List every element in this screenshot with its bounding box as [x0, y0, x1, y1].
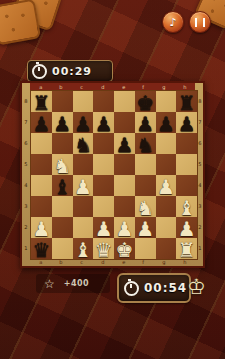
square-e8[interactable]	[114, 91, 135, 112]
coordinate-label: e	[122, 84, 125, 89]
square-h4[interactable]	[176, 175, 197, 196]
square-a7[interactable]: ♟	[31, 112, 52, 133]
pause-icon	[195, 18, 205, 27]
piece-black-pawn[interactable]: ♟	[73, 113, 94, 135]
chess-board-frame: abcdefgh abcdefgh 87654321 87654321 ♜♚♜♟…	[20, 81, 205, 268]
pause-button[interactable]	[189, 11, 211, 33]
square-f7[interactable]: ♟	[135, 112, 156, 133]
chess-board[interactable]: ♜♚♜♟♟♟♟♟♟♟♞♟♞♞♝♟♟♞♝♟♟♟♟♟♛♝♛♚♜	[30, 90, 198, 260]
square-g1[interactable]	[156, 238, 177, 259]
piece-white-pawn[interactable]: ♟	[135, 218, 156, 240]
coordinate-label: 5	[24, 161, 27, 166]
coordinate-label: 4	[198, 182, 201, 187]
stopwatch-icon	[32, 64, 47, 79]
coordinate-label: 8	[198, 98, 201, 103]
square-f1[interactable]	[135, 238, 156, 259]
coordinate-label: d	[101, 84, 104, 89]
black-clock-time: 00:29	[52, 65, 92, 78]
piece-white-queen[interactable]: ♛	[93, 239, 114, 261]
square-e1[interactable]: ♚	[114, 238, 135, 259]
piece-black-pawn[interactable]: ♟	[156, 113, 177, 135]
coordinate-label: 1	[198, 245, 201, 250]
piece-black-knight[interactable]: ♞	[73, 134, 94, 156]
rank-labels-left: 87654321	[22, 90, 30, 258]
square-d4[interactable]	[93, 175, 114, 196]
coordinate-label: 5	[198, 161, 201, 166]
sound-button[interactable]: ♪	[162, 11, 184, 33]
square-g3[interactable]	[156, 196, 177, 217]
square-e7[interactable]	[114, 112, 135, 133]
square-b3[interactable]	[52, 196, 73, 217]
piece-white-pawn[interactable]: ♟	[156, 176, 177, 198]
piece-white-pawn[interactable]: ♟	[176, 218, 197, 240]
square-a4[interactable]	[31, 175, 52, 196]
coordinate-label: g	[162, 84, 165, 89]
piece-black-pawn[interactable]: ♟	[31, 113, 52, 135]
piece-white-pawn[interactable]: ♟	[73, 176, 94, 198]
square-h7[interactable]: ♟	[176, 112, 197, 133]
square-f2[interactable]: ♟	[135, 217, 156, 238]
square-g8[interactable]	[156, 91, 177, 112]
square-a5[interactable]	[31, 154, 52, 175]
piece-white-pawn[interactable]: ♟	[114, 218, 135, 240]
square-h1[interactable]: ♜	[176, 238, 197, 259]
piece-black-rook[interactable]: ♜	[176, 92, 197, 114]
square-d7[interactable]: ♟	[93, 112, 114, 133]
square-f4[interactable]	[135, 175, 156, 196]
piece-white-rook[interactable]: ♜	[176, 239, 197, 261]
piece-black-bishop[interactable]: ♝	[52, 176, 73, 198]
white-clock: 00:54	[117, 273, 191, 303]
piece-black-pawn[interactable]: ♟	[135, 113, 156, 135]
square-d2[interactable]: ♟	[93, 217, 114, 238]
piece-black-pawn[interactable]: ♟	[114, 134, 135, 156]
square-d5[interactable]	[93, 154, 114, 175]
chess-app-screen: ♪ 00:29 abcdefgh abcdefgh 87654321 87654…	[0, 0, 225, 359]
coordinate-label: 6	[198, 140, 201, 145]
stopwatch-icon	[124, 281, 139, 296]
square-c5[interactable]	[73, 154, 94, 175]
square-e6[interactable]: ♟	[114, 133, 135, 154]
coordinate-label: 3	[24, 203, 27, 208]
coordinate-label: 8	[24, 98, 27, 103]
square-c1[interactable]: ♝	[73, 238, 94, 259]
square-e5[interactable]	[114, 154, 135, 175]
square-g4[interactable]: ♟	[156, 175, 177, 196]
square-b6[interactable]	[52, 133, 73, 154]
square-e4[interactable]	[114, 175, 135, 196]
square-f5[interactable]	[135, 154, 156, 175]
score-value: +400	[64, 279, 89, 288]
square-b8[interactable]	[52, 91, 73, 112]
square-h8[interactable]: ♜	[176, 91, 197, 112]
piece-black-rook[interactable]: ♜	[31, 92, 52, 114]
coordinate-label: 6	[24, 140, 27, 145]
piece-black-pawn[interactable]: ♟	[93, 113, 114, 135]
coordinate-label: b	[60, 84, 63, 89]
piece-black-pawn[interactable]: ♟	[176, 113, 197, 135]
square-c2[interactable]	[73, 217, 94, 238]
square-g7[interactable]: ♟	[156, 112, 177, 133]
square-e2[interactable]: ♟	[114, 217, 135, 238]
square-b2[interactable]	[52, 217, 73, 238]
square-c4[interactable]: ♟	[73, 175, 94, 196]
square-f3[interactable]: ♞	[135, 196, 156, 217]
piece-white-pawn[interactable]: ♟	[93, 218, 114, 240]
piece-black-pawn[interactable]: ♟	[52, 113, 73, 135]
coordinate-label: 2	[24, 224, 27, 229]
square-c3[interactable]	[73, 196, 94, 217]
cracker-decoration	[0, 0, 41, 46]
square-b7[interactable]: ♟	[52, 112, 73, 133]
white-clock-time: 00:54	[144, 281, 187, 295]
square-h5[interactable]	[176, 154, 197, 175]
coordinate-label: 2	[198, 224, 201, 229]
square-d1[interactable]: ♛	[93, 238, 114, 259]
square-d8[interactable]	[93, 91, 114, 112]
music-note-icon: ♪	[169, 17, 176, 28]
piece-white-pawn[interactable]: ♟	[31, 218, 52, 240]
square-c8[interactable]	[73, 91, 94, 112]
square-h2[interactable]: ♟	[176, 217, 197, 238]
black-clock: 00:29	[27, 60, 113, 82]
square-a6[interactable]	[31, 133, 52, 154]
piece-black-king[interactable]: ♚	[135, 92, 156, 114]
square-a3[interactable]	[31, 196, 52, 217]
piece-white-bishop[interactable]: ♝	[176, 197, 197, 219]
coordinate-label: 7	[24, 119, 27, 124]
coordinate-label: a	[39, 84, 42, 89]
square-d6[interactable]	[93, 133, 114, 154]
coordinate-label: c	[81, 84, 84, 89]
square-c6[interactable]: ♞	[73, 133, 94, 154]
square-h6[interactable]	[176, 133, 197, 154]
square-f8[interactable]: ♚	[135, 91, 156, 112]
square-a8[interactable]: ♜	[31, 91, 52, 112]
square-a1[interactable]: ♛	[31, 238, 52, 259]
star-icon: ☆	[44, 278, 55, 290]
piece-black-knight[interactable]: ♞	[135, 134, 156, 156]
square-b1[interactable]	[52, 238, 73, 259]
file-labels-top: abcdefgh	[30, 83, 195, 90]
square-c7[interactable]: ♟	[73, 112, 94, 133]
square-f6[interactable]: ♞	[135, 133, 156, 154]
coordinate-label: 7	[198, 119, 201, 124]
square-b5[interactable]: ♞	[52, 154, 73, 175]
white-king-turn-icon: ♔	[187, 275, 206, 299]
piece-white-king[interactable]: ♚	[114, 239, 135, 261]
coordinate-label: 1	[24, 245, 27, 250]
coordinate-label: f	[143, 84, 145, 89]
square-g2[interactable]	[156, 217, 177, 238]
coordinate-label: 3	[198, 203, 201, 208]
piece-white-knight[interactable]: ♞	[52, 155, 73, 177]
piece-black-queen[interactable]: ♛	[31, 239, 52, 261]
piece-white-bishop[interactable]: ♝	[73, 239, 94, 261]
score-display: ☆ +400	[36, 274, 110, 293]
coordinate-label: h	[183, 84, 186, 89]
square-a2[interactable]: ♟	[31, 217, 52, 238]
square-d3[interactable]	[93, 196, 114, 217]
square-e3[interactable]	[114, 196, 135, 217]
square-g5[interactable]	[156, 154, 177, 175]
square-g6[interactable]	[156, 133, 177, 154]
square-b4[interactable]: ♝	[52, 175, 73, 196]
coordinate-label: 4	[24, 182, 27, 187]
piece-white-knight[interactable]: ♞	[135, 197, 156, 219]
square-h3[interactable]: ♝	[176, 196, 197, 217]
